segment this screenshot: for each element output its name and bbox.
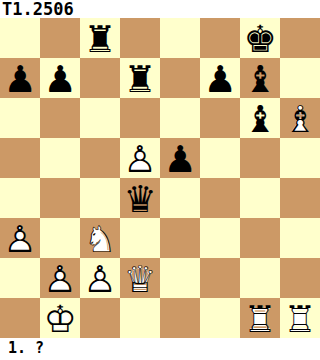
- square-c4[interactable]: [80, 178, 120, 218]
- square-e2[interactable]: [160, 258, 200, 298]
- square-f1[interactable]: [200, 298, 240, 338]
- piece-white-king-fill: ♚: [42, 300, 79, 337]
- square-f5[interactable]: [200, 138, 240, 178]
- square-g6[interactable]: ♝: [240, 98, 280, 138]
- square-g2[interactable]: [240, 258, 280, 298]
- piece-white-pawn: ♙: [80, 258, 120, 298]
- piece-black-rook: ♜: [120, 58, 160, 98]
- move-prompt-label: 1. ?: [0, 338, 320, 360]
- piece-white-pawn-fill: ♟: [2, 220, 39, 257]
- piece-white-rook: ♖: [280, 298, 320, 338]
- square-b7[interactable]: ♟: [40, 58, 80, 98]
- piece-black-pawn: ♟: [0, 58, 40, 98]
- square-b8[interactable]: [40, 18, 80, 58]
- square-a5[interactable]: [0, 138, 40, 178]
- piece-white-pawn-fill: ♟: [82, 260, 119, 297]
- square-g5[interactable]: [240, 138, 280, 178]
- piece-white-knight-fill: ♞: [82, 220, 119, 257]
- piece-black-pawn: ♟: [40, 58, 80, 98]
- square-h7[interactable]: [280, 58, 320, 98]
- piece-black-pawn: ♟: [200, 58, 240, 98]
- square-e3[interactable]: [160, 218, 200, 258]
- square-d1[interactable]: [120, 298, 160, 338]
- square-b3[interactable]: [40, 218, 80, 258]
- square-c7[interactable]: [80, 58, 120, 98]
- piece-black-queen: ♛: [120, 178, 160, 218]
- square-a8[interactable]: [0, 18, 40, 58]
- square-d2[interactable]: ♛♕: [120, 258, 160, 298]
- piece-white-pawn-fill: ♟: [42, 260, 79, 297]
- square-a7[interactable]: ♟: [0, 58, 40, 98]
- piece-white-pawn-fill: ♟: [122, 140, 159, 177]
- square-h4[interactable]: [280, 178, 320, 218]
- square-c8[interactable]: ♜: [80, 18, 120, 58]
- square-c6[interactable]: [80, 98, 120, 138]
- square-g1[interactable]: ♜♖: [240, 298, 280, 338]
- square-b1[interactable]: ♚♔: [40, 298, 80, 338]
- square-d8[interactable]: [120, 18, 160, 58]
- square-b6[interactable]: [40, 98, 80, 138]
- piece-white-pawn: ♙: [0, 218, 40, 258]
- piece-black-pawn: ♟: [160, 138, 200, 178]
- piece-white-pawn: ♙: [120, 138, 160, 178]
- square-d3[interactable]: [120, 218, 160, 258]
- square-e7[interactable]: [160, 58, 200, 98]
- square-d4[interactable]: ♛: [120, 178, 160, 218]
- square-g4[interactable]: [240, 178, 280, 218]
- piece-white-queen: ♕: [120, 258, 160, 298]
- square-f3[interactable]: [200, 218, 240, 258]
- square-a3[interactable]: ♟♙: [0, 218, 40, 258]
- puzzle-id-label: T1.2506: [0, 0, 320, 18]
- piece-white-rook: ♖: [240, 298, 280, 338]
- square-g8[interactable]: ♚: [240, 18, 280, 58]
- square-h3[interactable]: [280, 218, 320, 258]
- square-h1[interactable]: ♜♖: [280, 298, 320, 338]
- piece-white-rook-fill: ♜: [242, 300, 279, 337]
- square-a4[interactable]: [0, 178, 40, 218]
- piece-white-bishop-fill: ♝: [282, 100, 319, 137]
- square-c5[interactable]: [80, 138, 120, 178]
- square-g3[interactable]: [240, 218, 280, 258]
- chess-board: ♜♚♟♟♜♟♝♝♝♗♟♙♟♛♟♙♞♘♟♙♟♙♛♕♚♔♜♖♜♖: [0, 18, 320, 338]
- square-d5[interactable]: ♟♙: [120, 138, 160, 178]
- piece-white-rook-fill: ♜: [282, 300, 319, 337]
- square-f4[interactable]: [200, 178, 240, 218]
- square-a2[interactable]: [0, 258, 40, 298]
- piece-white-queen-fill: ♛: [122, 260, 159, 297]
- square-b4[interactable]: [40, 178, 80, 218]
- square-f7[interactable]: ♟: [200, 58, 240, 98]
- square-b2[interactable]: ♟♙: [40, 258, 80, 298]
- square-h6[interactable]: ♝♗: [280, 98, 320, 138]
- square-c2[interactable]: ♟♙: [80, 258, 120, 298]
- square-g7[interactable]: ♝: [240, 58, 280, 98]
- square-h2[interactable]: [280, 258, 320, 298]
- square-e5[interactable]: ♟: [160, 138, 200, 178]
- square-c3[interactable]: ♞♘: [80, 218, 120, 258]
- piece-black-bishop: ♝: [240, 98, 280, 138]
- square-h5[interactable]: [280, 138, 320, 178]
- square-f8[interactable]: [200, 18, 240, 58]
- square-b5[interactable]: [40, 138, 80, 178]
- square-a6[interactable]: [0, 98, 40, 138]
- square-h8[interactable]: [280, 18, 320, 58]
- square-e8[interactable]: [160, 18, 200, 58]
- square-c1[interactable]: [80, 298, 120, 338]
- piece-black-king: ♚: [240, 18, 280, 58]
- square-d6[interactable]: [120, 98, 160, 138]
- square-e1[interactable]: [160, 298, 200, 338]
- piece-white-knight: ♘: [80, 218, 120, 258]
- square-e6[interactable]: [160, 98, 200, 138]
- piece-black-bishop: ♝: [240, 58, 280, 98]
- piece-white-pawn: ♙: [40, 258, 80, 298]
- chess-puzzle-window: T1.2506 ♜♚♟♟♜♟♝♝♝♗♟♙♟♛♟♙♞♘♟♙♟♙♛♕♚♔♜♖♜♖ 1…: [0, 0, 320, 360]
- square-e4[interactable]: [160, 178, 200, 218]
- piece-white-bishop: ♗: [280, 98, 320, 138]
- piece-white-king: ♔: [40, 298, 80, 338]
- piece-black-rook: ♜: [80, 18, 120, 58]
- square-f6[interactable]: [200, 98, 240, 138]
- square-a1[interactable]: [0, 298, 40, 338]
- square-d7[interactable]: ♜: [120, 58, 160, 98]
- square-f2[interactable]: [200, 258, 240, 298]
